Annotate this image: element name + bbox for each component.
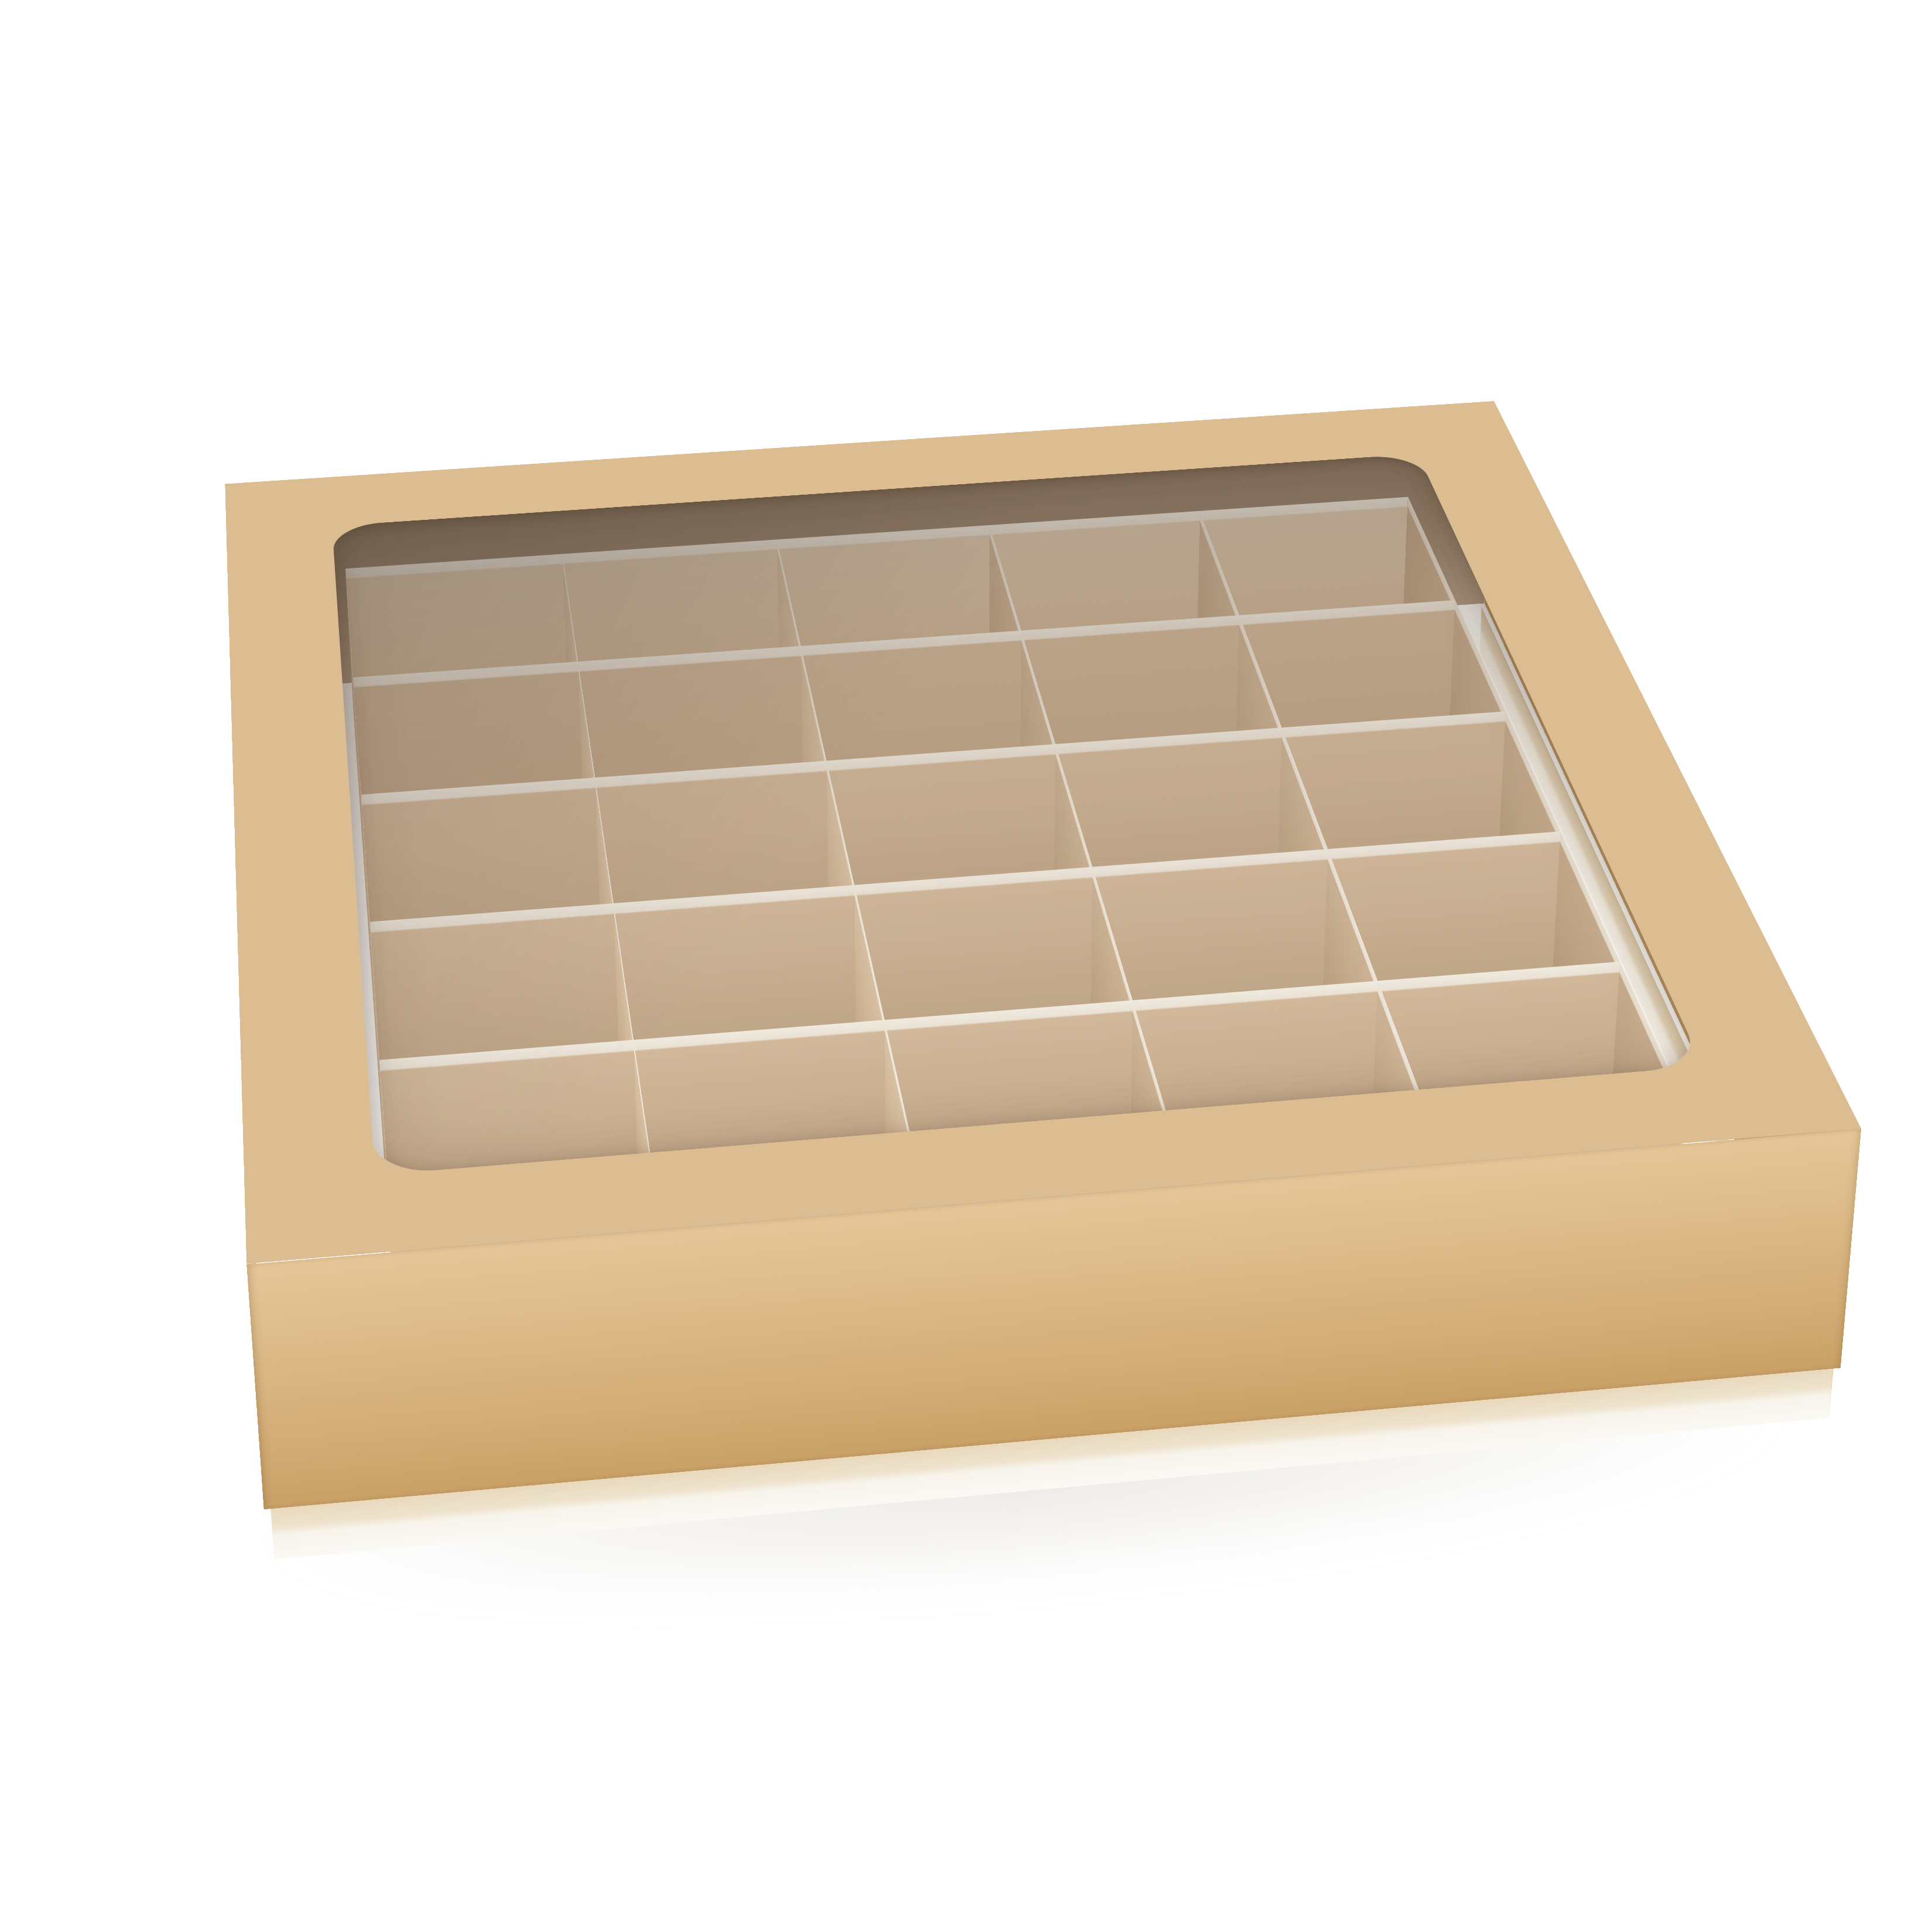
scene: [0, 0, 1932, 1932]
kraft-box: [225, 402, 1861, 1265]
lid-top-face: [225, 401, 1861, 1264]
photo-canvas: [0, 0, 1932, 1932]
lid-window-glass: [332, 454, 1703, 1175]
